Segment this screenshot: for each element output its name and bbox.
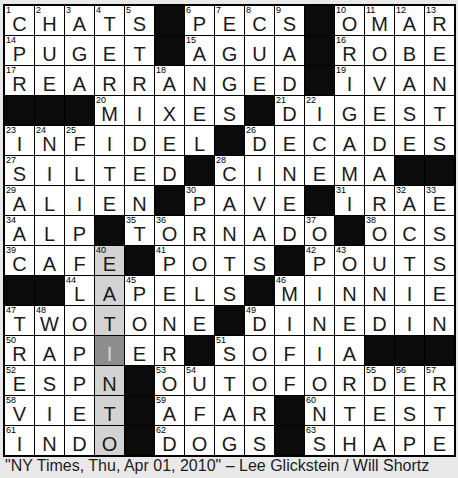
block-cell-r1-c6: [155, 6, 184, 35]
cell-r12-c12[interactable]: A: [335, 336, 364, 365]
cell-r8-c2[interactable]: L: [35, 216, 64, 245]
cell-r3-c8[interactable]: G: [215, 66, 244, 95]
cell-r7-c2[interactable]: L: [35, 186, 64, 215]
cell-r8-c8[interactable]: N: [215, 216, 244, 245]
cell-r3-c3[interactable]: A: [65, 66, 94, 95]
cell-r9-c14[interactable]: T: [395, 246, 424, 275]
cell-r15-c6[interactable]: 62D: [155, 426, 184, 455]
cell-r4-c10[interactable]: 21D: [275, 96, 304, 125]
cell-r5-c15[interactable]: S: [425, 126, 454, 155]
cell-r11-c15[interactable]: N: [425, 306, 454, 335]
cell-r15-c15[interactable]: E: [425, 426, 454, 455]
cell-r7-c12[interactable]: 31I: [335, 186, 364, 215]
block-cell-r10-c2: [35, 276, 64, 305]
cell-r2-c1[interactable]: 14P: [5, 36, 34, 65]
cell-r1-c9[interactable]: 8C: [245, 6, 274, 35]
cell-letter: L: [194, 284, 205, 304]
block-cell-r12-c13: [365, 336, 394, 365]
clue-number: 32: [396, 186, 406, 195]
cell-letter: T: [403, 254, 415, 274]
cell-r3-c13[interactable]: V: [365, 66, 394, 95]
cell-r15-c14[interactable]: P: [395, 426, 424, 455]
cell-r1-c5[interactable]: 5S: [125, 6, 154, 35]
cell-letter: X: [163, 104, 176, 124]
cell-r3-c4[interactable]: R: [95, 66, 124, 95]
cell-r7-c7[interactable]: 30P: [185, 186, 214, 215]
cell-r7-c13[interactable]: R: [365, 186, 394, 215]
cell-r11-c4[interactable]: T: [95, 306, 124, 335]
cell-r9-c1[interactable]: 39C: [5, 246, 34, 275]
cell-r2-c8[interactable]: G: [215, 36, 244, 65]
cell-r15-c11[interactable]: 63S: [305, 426, 334, 455]
cell-letter: S: [433, 254, 446, 274]
cell-r15-c12[interactable]: H: [335, 426, 364, 455]
cell-r4-c4[interactable]: 20M: [95, 96, 124, 125]
cell-letter: M: [341, 164, 358, 184]
cell-letter: L: [194, 134, 205, 154]
cell-r3-c2[interactable]: E: [35, 66, 64, 95]
cell-r10-c8[interactable]: S: [215, 276, 244, 305]
cell-r9-c11[interactable]: 42P: [305, 246, 334, 275]
block-cell-r12-c14: [395, 336, 424, 365]
block-cell-r8-c12: [335, 216, 364, 245]
cell-r10-c11[interactable]: I: [305, 276, 334, 305]
cell-r12-c11[interactable]: I: [305, 336, 334, 365]
cell-letter: T: [433, 104, 445, 124]
block-cell-r5-c8: [215, 126, 244, 155]
cell-r10-c12[interactable]: N: [335, 276, 364, 305]
clue-number: 25: [66, 126, 76, 135]
clue-number: 30: [186, 186, 196, 195]
cell-letter: F: [193, 404, 205, 424]
cell-r12-c8[interactable]: 51S: [215, 336, 244, 365]
cell-letter: O: [252, 344, 268, 364]
clue-number: 38: [366, 216, 376, 225]
clue-number: 9: [276, 6, 281, 15]
cell-letter: D: [282, 104, 296, 124]
cell-r6-c11[interactable]: E: [305, 156, 334, 185]
cell-r6-c13[interactable]: A: [365, 156, 394, 185]
cell-r3-c6[interactable]: 18A: [155, 66, 184, 95]
cell-r13-c3[interactable]: P: [65, 366, 94, 395]
cell-r5-c4[interactable]: I: [95, 126, 124, 155]
clue-number: 26: [246, 126, 256, 135]
cell-letter: P: [193, 194, 206, 214]
cell-r8-c3[interactable]: P: [65, 216, 94, 245]
cell-r13-c2[interactable]: S: [35, 366, 64, 395]
cell-r9-c12[interactable]: 43O: [335, 246, 364, 275]
cell-r5-c14[interactable]: E: [395, 126, 424, 155]
cell-letter: A: [343, 134, 356, 154]
clue-number: 42: [306, 246, 316, 255]
cell-r4-c12[interactable]: G: [335, 96, 364, 125]
cell-r13-c6[interactable]: 53O: [155, 366, 184, 395]
cell-r3-c12[interactable]: 19I: [335, 66, 364, 95]
cell-r6-c6[interactable]: D: [155, 156, 184, 185]
clue-number: 51: [216, 336, 226, 345]
cell-letter: L: [74, 164, 85, 184]
cell-r10-c14[interactable]: I: [395, 276, 424, 305]
cell-r7-c15[interactable]: 33E: [425, 186, 454, 215]
cell-r14-c13[interactable]: E: [365, 396, 394, 425]
cell-r13-c13[interactable]: 55D: [365, 366, 394, 395]
cell-letter: C: [252, 14, 266, 34]
cell-r11-c12[interactable]: E: [335, 306, 364, 335]
cell-letter: H: [342, 434, 356, 454]
cell-letter: E: [433, 194, 446, 214]
cell-r5-c7[interactable]: L: [185, 126, 214, 155]
cell-r5-c9[interactable]: 26D: [245, 126, 274, 155]
cell-r7-c4[interactable]: E: [95, 186, 124, 215]
block-cell-r11-c8: [215, 306, 244, 335]
cell-r2-c9[interactable]: U: [245, 36, 274, 65]
cell-r11-c1[interactable]: 47T: [5, 306, 34, 335]
cell-r14-c9[interactable]: R: [245, 396, 274, 425]
clue-number: 53: [156, 366, 166, 375]
cell-r11-c14[interactable]: I: [395, 306, 424, 335]
cell-letter: E: [433, 434, 446, 454]
cell-r10-c15[interactable]: E: [425, 276, 454, 305]
cell-r3-c15[interactable]: N: [425, 66, 454, 95]
cell-letter: A: [73, 14, 86, 34]
cell-r7-c9[interactable]: V: [245, 186, 274, 215]
cell-r7-c8[interactable]: A: [215, 186, 244, 215]
cell-r14-c2[interactable]: I: [35, 396, 64, 425]
clue-number: 10: [336, 6, 346, 15]
clue-number: 40: [96, 246, 106, 255]
cell-r1-c15[interactable]: 13R: [425, 6, 454, 35]
cell-r2-c5[interactable]: T: [125, 36, 154, 65]
cell-letter: F: [73, 134, 85, 154]
block-cell-r12-c7: [185, 336, 214, 365]
cell-r3-c7[interactable]: N: [185, 66, 214, 95]
cell-r1-c1[interactable]: 1C: [5, 6, 34, 35]
cell-r9-c8[interactable]: T: [215, 246, 244, 275]
cell-r1-c12[interactable]: 10O: [335, 6, 364, 35]
cell-letter: M: [281, 284, 298, 304]
cell-r14-c8[interactable]: A: [215, 396, 244, 425]
cell-r11-c13[interactable]: D: [365, 306, 394, 335]
cell-r1-c2[interactable]: 2H: [35, 6, 64, 35]
cell-letter: R: [432, 14, 446, 34]
cell-letter: W: [40, 314, 59, 334]
clue-number: 3: [66, 6, 71, 15]
cell-letter: A: [343, 344, 356, 364]
cell-letter: T: [103, 404, 115, 424]
cell-r6-c1[interactable]: 27S: [5, 156, 34, 185]
cell-r14-c1[interactable]: 58V: [5, 396, 34, 425]
clue-number: 46: [276, 276, 286, 285]
cell-letter: I: [107, 344, 113, 364]
cell-r14-c12[interactable]: T: [335, 396, 364, 425]
cell-r1-c4[interactable]: 4T: [95, 6, 124, 35]
cell-r8-c15[interactable]: S: [425, 216, 454, 245]
clue-number: 31: [336, 186, 346, 195]
cell-r11-c2[interactable]: 48W: [35, 306, 64, 335]
cell-r14-c11[interactable]: 60N: [305, 396, 334, 425]
cell-letter: I: [407, 314, 413, 334]
cell-r12-c3[interactable]: P: [65, 336, 94, 365]
cell-r8-c9[interactable]: A: [245, 216, 274, 245]
cell-r13-c7[interactable]: 54U: [185, 366, 214, 395]
cell-r10-c6[interactable]: E: [155, 276, 184, 305]
cell-letter: L: [44, 194, 55, 214]
cell-letter: O: [132, 314, 148, 334]
cell-r13-c10[interactable]: F: [275, 366, 304, 395]
cell-letter: P: [193, 14, 206, 34]
cell-r2-c7[interactable]: 15A: [185, 36, 214, 65]
cell-r2-c10[interactable]: A: [275, 36, 304, 65]
cell-letter: O: [372, 44, 388, 64]
cell-r7-c3[interactable]: I: [65, 186, 94, 215]
clue-number: 11: [366, 6, 375, 15]
cell-r6-c9[interactable]: I: [245, 156, 274, 185]
block-cell-r15-c10: [275, 426, 304, 455]
cell-r13-c4[interactable]: N: [95, 366, 124, 395]
cell-r6-c4[interactable]: T: [95, 156, 124, 185]
cell-r11-c3[interactable]: O: [65, 306, 94, 335]
cell-r5-c5[interactable]: D: [125, 126, 154, 155]
cell-letter: A: [13, 194, 26, 214]
clue-number: 59: [156, 396, 166, 405]
cell-letter: I: [317, 344, 323, 364]
cell-letter: O: [72, 314, 88, 334]
cell-letter: O: [252, 374, 268, 394]
cell-r11-c5[interactable]: O: [125, 306, 154, 335]
cell-letter: E: [373, 104, 386, 124]
cell-r8-c10[interactable]: D: [275, 216, 304, 245]
cell-r14-c14[interactable]: S: [395, 396, 424, 425]
cell-r13-c11[interactable]: O: [305, 366, 334, 395]
cell-r13-c15[interactable]: 57R: [425, 366, 454, 395]
cell-r15-c13[interactable]: A: [365, 426, 394, 455]
cell-r4-c8[interactable]: S: [215, 96, 244, 125]
cell-r8-c11[interactable]: 37O: [305, 216, 334, 245]
cell-letter: O: [102, 434, 118, 454]
cell-r11-c9[interactable]: 49D: [245, 306, 274, 335]
cell-r4-c11[interactable]: 22I: [305, 96, 334, 125]
cell-r3-c10[interactable]: D: [275, 66, 304, 95]
cell-r9-c6[interactable]: 41P: [155, 246, 184, 275]
cell-letter: A: [73, 74, 86, 94]
cell-r3-c1[interactable]: 17R: [5, 66, 34, 95]
cell-letter: E: [193, 314, 206, 334]
cell-r6-c8[interactable]: 28C: [215, 156, 244, 185]
cell-letter: A: [223, 404, 236, 424]
cell-r12-c6[interactable]: R: [155, 336, 184, 365]
cell-letter: O: [342, 254, 358, 274]
cell-r13-c12[interactable]: R: [335, 366, 364, 395]
cell-r8-c14[interactable]: C: [395, 216, 424, 245]
cell-r8-c5[interactable]: 35T: [125, 216, 154, 245]
cell-r7-c10[interactable]: E: [275, 186, 304, 215]
cell-letter: F: [283, 374, 295, 394]
cell-r12-c10[interactable]: F: [275, 336, 304, 365]
cell-r2-c15[interactable]: E: [425, 36, 454, 65]
block-cell-r4-c3: [65, 96, 94, 125]
cell-r11-c6[interactable]: N: [155, 306, 184, 335]
cell-r5-c13[interactable]: D: [365, 126, 394, 155]
cell-r4-c15[interactable]: T: [425, 96, 454, 125]
cell-r6-c5[interactable]: E: [125, 156, 154, 185]
cell-letter: V: [373, 74, 386, 94]
cell-letter: E: [343, 314, 356, 334]
cell-r2-c13[interactable]: O: [365, 36, 394, 65]
cell-r15-c1[interactable]: 61I: [5, 426, 34, 455]
cell-r8-c1[interactable]: 34A: [5, 216, 34, 245]
cell-letter: N: [192, 74, 206, 94]
cell-letter: P: [133, 284, 146, 304]
clue-number: 5: [126, 6, 131, 15]
block-cell-r6-c14: [395, 156, 424, 185]
cell-r15-c4[interactable]: O: [95, 426, 124, 455]
cell-letter: T: [103, 314, 115, 334]
block-cell-r4-c9: [245, 96, 274, 125]
cell-r9-c2[interactable]: A: [35, 246, 64, 275]
cell-letter: E: [103, 194, 116, 214]
cell-r12-c1[interactable]: 50R: [5, 336, 34, 365]
cell-r1-c14[interactable]: 12A: [395, 6, 424, 35]
cell-letter: N: [342, 284, 356, 304]
cell-r3-c5[interactable]: R: [125, 66, 154, 95]
cell-r13-c14[interactable]: 56E: [395, 366, 424, 395]
cell-letter: O: [312, 224, 328, 244]
cell-letter: I: [107, 134, 113, 154]
clue-number: 35: [126, 216, 136, 225]
cell-r12-c9[interactable]: O: [245, 336, 274, 365]
cell-r15-c7[interactable]: O: [185, 426, 214, 455]
cell-r10-c4[interactable]: A: [95, 276, 124, 305]
cell-r12-c5[interactable]: E: [125, 336, 154, 365]
cell-r8-c13[interactable]: 38O: [365, 216, 394, 245]
cell-r14-c4[interactable]: T: [95, 396, 124, 425]
cell-r6-c2[interactable]: I: [35, 156, 64, 185]
cell-r10-c13[interactable]: N: [365, 276, 394, 305]
clue-number: 45: [126, 276, 136, 285]
cell-r8-c7[interactable]: R: [185, 216, 214, 245]
clue-number: 55: [366, 366, 376, 375]
cell-r13-c8[interactable]: T: [215, 366, 244, 395]
cell-r7-c14[interactable]: 32A: [395, 186, 424, 215]
cell-r13-c1[interactable]: 52E: [5, 366, 34, 395]
cell-r13-c9[interactable]: O: [245, 366, 274, 395]
cell-r9-c9[interactable]: S: [245, 246, 274, 275]
cell-r11-c11[interactable]: N: [305, 306, 334, 335]
cell-r8-c6[interactable]: 36O: [155, 216, 184, 245]
cell-r3-c14[interactable]: A: [395, 66, 424, 95]
clue-number: 49: [246, 306, 256, 315]
cell-r15-c8[interactable]: G: [215, 426, 244, 455]
cell-r1-c13[interactable]: 11M: [365, 6, 394, 35]
cell-r15-c9[interactable]: S: [245, 426, 274, 455]
cell-r15-c3[interactable]: D: [65, 426, 94, 455]
cell-r2-c2[interactable]: U: [35, 36, 64, 65]
cell-r9-c4[interactable]: 40E: [95, 246, 124, 275]
cell-letter: D: [162, 434, 176, 454]
cell-r10-c7[interactable]: L: [185, 276, 214, 305]
clue-number: 24: [36, 126, 46, 135]
cell-r9-c15[interactable]: S: [425, 246, 454, 275]
cell-r4-c7[interactable]: E: [185, 96, 214, 125]
cell-r2-c4[interactable]: E: [95, 36, 124, 65]
cell-r5-c11[interactable]: C: [305, 126, 334, 155]
cell-letter: E: [283, 194, 296, 214]
cell-r2-c12[interactable]: 16R: [335, 36, 364, 65]
cell-r5-c1[interactable]: 23I: [5, 126, 34, 155]
cell-r10-c10[interactable]: 46M: [275, 276, 304, 305]
clue-number: 39: [6, 246, 16, 255]
cell-letter: I: [347, 74, 353, 94]
cell-r4-c13[interactable]: E: [365, 96, 394, 125]
cell-r15-c2[interactable]: N: [35, 426, 64, 455]
block-cell-r15-c5: [125, 426, 154, 455]
cell-r14-c15[interactable]: T: [425, 396, 454, 425]
cell-r10-c3[interactable]: 44L: [65, 276, 94, 305]
cell-r1-c8[interactable]: 7E: [215, 6, 244, 35]
cell-letter: E: [253, 74, 266, 94]
cell-r11-c10[interactable]: I: [275, 306, 304, 335]
block-cell-r13-c5: [125, 366, 154, 395]
cell-r6-c12[interactable]: M: [335, 156, 364, 185]
cell-r9-c7[interactable]: O: [185, 246, 214, 275]
cell-r14-c7[interactable]: F: [185, 396, 214, 425]
cell-letter: S: [43, 374, 56, 394]
cell-r5-c2[interactable]: 24N: [35, 126, 64, 155]
cell-r12-c2[interactable]: A: [35, 336, 64, 365]
cell-letter: A: [193, 44, 206, 64]
cell-letter: R: [162, 344, 176, 364]
cell-r4-c5[interactable]: I: [125, 96, 154, 125]
cell-r5-c6[interactable]: E: [155, 126, 184, 155]
cell-letter: L: [74, 284, 85, 304]
cell-r5-c3[interactable]: 25F: [65, 126, 94, 155]
cell-r1-c3[interactable]: 3A: [65, 6, 94, 35]
cell-letter: P: [73, 224, 86, 244]
cell-r7-c5[interactable]: N: [125, 186, 154, 215]
cell-r14-c3[interactable]: E: [65, 396, 94, 425]
clue-number: 50: [6, 336, 16, 345]
cell-r11-c7[interactable]: E: [185, 306, 214, 335]
cell-letter: R: [12, 344, 26, 364]
cell-r12-c4[interactable]: I: [95, 336, 124, 365]
cell-letter: I: [17, 434, 23, 454]
cell-letter: I: [47, 164, 53, 184]
cell-r1-c7[interactable]: 6P: [185, 6, 214, 35]
cell-letter: E: [43, 74, 56, 94]
cell-letter: U: [252, 44, 266, 64]
cell-r14-c6[interactable]: 59A: [155, 396, 184, 425]
cell-r6-c3[interactable]: L: [65, 156, 94, 185]
cell-r1-c10[interactable]: 9S: [275, 6, 304, 35]
cell-letter: T: [223, 374, 235, 394]
cell-r2-c14[interactable]: B: [395, 36, 424, 65]
cell-r9-c3[interactable]: F: [65, 246, 94, 275]
cell-r3-c9[interactable]: E: [245, 66, 274, 95]
cell-letter: T: [223, 254, 235, 274]
cell-letter: P: [73, 374, 86, 394]
cell-r6-c10[interactable]: N: [275, 156, 304, 185]
cell-r2-c3[interactable]: G: [65, 36, 94, 65]
cell-r4-c14[interactable]: S: [395, 96, 424, 125]
cell-letter: T: [433, 404, 445, 424]
cell-r9-c13[interactable]: U: [365, 246, 394, 275]
cell-r4-c6[interactable]: X: [155, 96, 184, 125]
cell-r7-c1[interactable]: 29A: [5, 186, 34, 215]
cell-r5-c12[interactable]: A: [335, 126, 364, 155]
cell-r5-c10[interactable]: E: [275, 126, 304, 155]
cell-r10-c5[interactable]: 45P: [125, 276, 154, 305]
cell-letter: R: [12, 74, 26, 94]
